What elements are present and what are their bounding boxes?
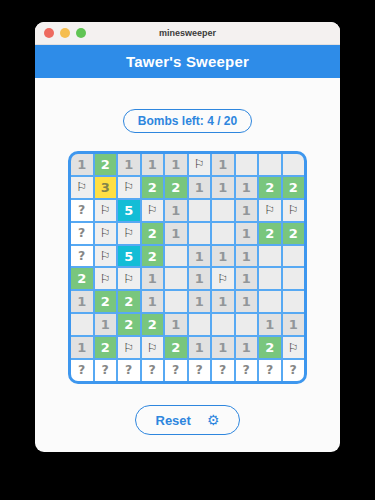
cell-r2c7[interactable]: 1 bbox=[212, 177, 234, 198]
cell-r8c8[interactable] bbox=[236, 314, 258, 335]
cell-r3c3[interactable]: 5 bbox=[118, 200, 140, 221]
cell-r9c10[interactable]: ⚐ bbox=[283, 337, 305, 358]
cell-r1c10[interactable] bbox=[283, 154, 305, 175]
cell-r5c7[interactable]: 1 bbox=[212, 246, 234, 267]
cell-r4c8[interactable]: 1 bbox=[236, 223, 258, 244]
cell-r3c8[interactable]: 1 bbox=[236, 200, 258, 221]
cell-r1c2[interactable]: 2 bbox=[95, 154, 117, 175]
cell-r8c6[interactable] bbox=[189, 314, 211, 335]
cell-r7c2[interactable]: 2 bbox=[95, 291, 117, 312]
cell-r8c2[interactable]: 1 bbox=[95, 314, 117, 335]
cell-r7c5[interactable] bbox=[165, 291, 187, 312]
cell-r4c1[interactable]: ? bbox=[71, 223, 93, 244]
cell-r7c1[interactable]: 1 bbox=[71, 291, 93, 312]
titlebar: minesweeper bbox=[35, 22, 340, 45]
cell-r2c10[interactable]: 2 bbox=[283, 177, 305, 198]
cell-r6c6[interactable]: 1 bbox=[189, 268, 211, 289]
cell-r4c10[interactable]: 2 bbox=[283, 223, 305, 244]
cell-r1c3[interactable]: 1 bbox=[118, 154, 140, 175]
cell-r5c3[interactable]: 5 bbox=[118, 246, 140, 267]
cell-r1c7[interactable]: 1 bbox=[212, 154, 234, 175]
cell-r5c4[interactable]: 2 bbox=[142, 246, 164, 267]
reset-button[interactable]: Reset ⚙ bbox=[135, 405, 241, 435]
cell-r10c2[interactable]: ? bbox=[95, 360, 117, 381]
cell-r10c8[interactable]: ? bbox=[236, 360, 258, 381]
cell-r3c4[interactable]: ⚐ bbox=[142, 200, 164, 221]
cell-r9c8[interactable]: 1 bbox=[236, 337, 258, 358]
cell-r2c2[interactable]: 3 bbox=[95, 177, 117, 198]
minimize-button[interactable] bbox=[60, 28, 70, 38]
cell-r7c10[interactable] bbox=[283, 291, 305, 312]
cell-r3c2[interactable]: ⚐ bbox=[95, 200, 117, 221]
cell-r5c2[interactable]: ⚐ bbox=[95, 246, 117, 267]
cell-r3c9[interactable]: ⚐ bbox=[259, 200, 281, 221]
cell-r7c3[interactable]: 2 bbox=[118, 291, 140, 312]
gear-icon[interactable]: ⚙ bbox=[207, 412, 220, 428]
cell-r7c7[interactable]: 1 bbox=[212, 291, 234, 312]
cell-r9c4[interactable]: ⚐ bbox=[142, 337, 164, 358]
cell-r1c6[interactable]: ⚐ bbox=[189, 154, 211, 175]
minesweeper-board: 12111⚐1⚐3⚐2211122?⚐5⚐11⚐⚐?⚐⚐21122?⚐52111… bbox=[68, 151, 307, 384]
cell-r9c5[interactable]: 2 bbox=[165, 337, 187, 358]
cell-r5c1[interactable]: ? bbox=[71, 246, 93, 267]
zoom-button[interactable] bbox=[76, 28, 86, 38]
cell-r2c8[interactable]: 1 bbox=[236, 177, 258, 198]
cell-r7c6[interactable]: 1 bbox=[189, 291, 211, 312]
cell-r10c6[interactable]: ? bbox=[189, 360, 211, 381]
cell-r5c10[interactable] bbox=[283, 246, 305, 267]
cell-r3c7[interactable] bbox=[212, 200, 234, 221]
cell-r4c5[interactable]: 1 bbox=[165, 223, 187, 244]
cell-r9c1[interactable]: 1 bbox=[71, 337, 93, 358]
cell-r9c7[interactable]: 1 bbox=[212, 337, 234, 358]
cell-r4c9[interactable]: 2 bbox=[259, 223, 281, 244]
bombs-left-badge: Bombs left: 4 / 20 bbox=[123, 109, 252, 133]
cell-r10c1[interactable]: ? bbox=[71, 360, 93, 381]
cell-r3c5[interactable]: 1 bbox=[165, 200, 187, 221]
cell-r6c4[interactable]: 1 bbox=[142, 268, 164, 289]
cell-r9c9[interactable]: 2 bbox=[259, 337, 281, 358]
cell-r1c8[interactable] bbox=[236, 154, 258, 175]
cell-r6c9[interactable] bbox=[259, 268, 281, 289]
main-content: Bombs left: 4 / 20 12111⚐1⚐3⚐2211122?⚐5⚐… bbox=[35, 78, 340, 435]
reset-label: Reset bbox=[156, 413, 191, 428]
cell-r8c5[interactable]: 1 bbox=[165, 314, 187, 335]
cell-r10c4[interactable]: ? bbox=[142, 360, 164, 381]
cell-r5c9[interactable] bbox=[259, 246, 281, 267]
cell-r5c8[interactable]: 1 bbox=[236, 246, 258, 267]
cell-r2c5[interactable]: 2 bbox=[165, 177, 187, 198]
cell-r5c5[interactable] bbox=[165, 246, 187, 267]
cell-r4c6[interactable] bbox=[189, 223, 211, 244]
cell-r2c6[interactable]: 1 bbox=[189, 177, 211, 198]
cell-r8c9[interactable]: 1 bbox=[259, 314, 281, 335]
cell-r2c9[interactable]: 2 bbox=[259, 177, 281, 198]
cell-r6c5[interactable] bbox=[165, 268, 187, 289]
cell-r9c6[interactable]: 1 bbox=[189, 337, 211, 358]
cell-r5c6[interactable]: 1 bbox=[189, 246, 211, 267]
cell-r6c10[interactable] bbox=[283, 268, 305, 289]
cell-r2c4[interactable]: 2 bbox=[142, 177, 164, 198]
cell-r1c9[interactable] bbox=[259, 154, 281, 175]
cell-r3c6[interactable] bbox=[189, 200, 211, 221]
app-window: minesweeper Tawer's Sweeper Bombs left: … bbox=[35, 22, 340, 452]
cell-r7c4[interactable]: 1 bbox=[142, 291, 164, 312]
cell-r7c8[interactable]: 1 bbox=[236, 291, 258, 312]
cell-r7c9[interactable] bbox=[259, 291, 281, 312]
cell-r8c10[interactable]: 1 bbox=[283, 314, 305, 335]
cell-r8c3[interactable]: 2 bbox=[118, 314, 140, 335]
page-title: Tawer's Sweeper bbox=[126, 53, 249, 70]
close-button[interactable] bbox=[44, 28, 54, 38]
cell-r6c3[interactable]: ⚐ bbox=[118, 268, 140, 289]
cell-r10c9[interactable]: ? bbox=[259, 360, 281, 381]
cell-r1c4[interactable]: 1 bbox=[142, 154, 164, 175]
cell-r1c1[interactable]: 1 bbox=[71, 154, 93, 175]
cell-r4c2[interactable]: ⚐ bbox=[95, 223, 117, 244]
traffic-lights bbox=[44, 22, 86, 44]
cell-r8c7[interactable] bbox=[212, 314, 234, 335]
cell-r10c5[interactable]: ? bbox=[165, 360, 187, 381]
cell-r9c3[interactable]: ⚐ bbox=[118, 337, 140, 358]
cell-r9c2[interactable]: 2 bbox=[95, 337, 117, 358]
cell-r8c1[interactable] bbox=[71, 314, 93, 335]
cell-r10c7[interactable]: ? bbox=[212, 360, 234, 381]
cell-r6c8[interactable]: 1 bbox=[236, 268, 258, 289]
cell-r6c2[interactable]: ⚐ bbox=[95, 268, 117, 289]
cell-r6c1[interactable]: 2 bbox=[71, 268, 93, 289]
cell-r4c3[interactable]: ⚐ bbox=[118, 223, 140, 244]
cell-r4c7[interactable] bbox=[212, 223, 234, 244]
cell-r4c4[interactable]: 2 bbox=[142, 223, 164, 244]
cell-r10c3[interactable]: ? bbox=[118, 360, 140, 381]
cell-r3c10[interactable]: ⚐ bbox=[283, 200, 305, 221]
cell-r3c1[interactable]: ? bbox=[71, 200, 93, 221]
cell-r6c7[interactable]: ⚐ bbox=[212, 268, 234, 289]
cell-r1c5[interactable]: 1 bbox=[165, 154, 187, 175]
cell-r2c1[interactable]: ⚐ bbox=[71, 177, 93, 198]
cell-r2c3[interactable]: ⚐ bbox=[118, 177, 140, 198]
app-header: Tawer's Sweeper bbox=[35, 45, 340, 78]
cell-r8c4[interactable]: 2 bbox=[142, 314, 164, 335]
cell-r10c10[interactable]: ? bbox=[283, 360, 305, 381]
desktop-background: minesweeper Tawer's Sweeper Bombs left: … bbox=[0, 0, 375, 500]
